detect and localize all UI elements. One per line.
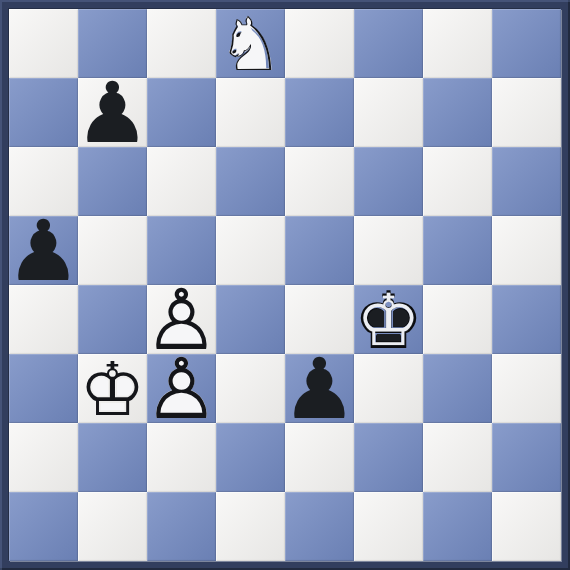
square-a5[interactable]: ♟ xyxy=(9,216,78,285)
square-e2[interactable] xyxy=(285,423,354,492)
square-h7[interactable] xyxy=(492,78,561,147)
white-pawn-glyph: ♙ xyxy=(147,285,216,354)
white-king-glyph: ♔ xyxy=(78,354,147,423)
black-pawn-glyph: ♟ xyxy=(9,216,78,285)
chess-board-frame: ♞♘♟♟♟♙♚♚♔♚♔♟♙♟ xyxy=(0,0,570,570)
square-a6[interactable] xyxy=(9,147,78,216)
white-knight-glyph: ♘ xyxy=(216,9,285,78)
square-g3[interactable] xyxy=(423,354,492,423)
square-a8[interactable] xyxy=(9,9,78,78)
square-f3[interactable] xyxy=(354,354,423,423)
black-pawn-glyph: ♟ xyxy=(78,78,147,147)
square-c8[interactable] xyxy=(147,9,216,78)
black-pawn-e3[interactable]: ♟ xyxy=(285,354,354,423)
square-b6[interactable] xyxy=(78,147,147,216)
white-knight-d8[interactable]: ♞♘ xyxy=(216,9,285,78)
square-g6[interactable] xyxy=(423,147,492,216)
square-d5[interactable] xyxy=(216,216,285,285)
black-king-glyph: ♔ xyxy=(355,286,422,353)
square-e3[interactable]: ♟ xyxy=(285,354,354,423)
square-g4[interactable] xyxy=(423,285,492,354)
square-f4[interactable]: ♚♚♔ xyxy=(354,285,423,354)
square-d7[interactable] xyxy=(216,78,285,147)
square-a3[interactable] xyxy=(9,354,78,423)
square-c4[interactable]: ♟♙ xyxy=(147,285,216,354)
square-d2[interactable] xyxy=(216,423,285,492)
square-h1[interactable] xyxy=(492,492,561,561)
square-c3[interactable]: ♟♙ xyxy=(147,354,216,423)
square-g7[interactable] xyxy=(423,78,492,147)
square-f6[interactable] xyxy=(354,147,423,216)
square-d3[interactable] xyxy=(216,354,285,423)
square-b7[interactable]: ♟ xyxy=(78,78,147,147)
square-c7[interactable] xyxy=(147,78,216,147)
square-f5[interactable] xyxy=(354,216,423,285)
square-e8[interactable] xyxy=(285,9,354,78)
square-d1[interactable] xyxy=(216,492,285,561)
square-f8[interactable] xyxy=(354,9,423,78)
black-king-glyph: ♚ xyxy=(354,285,423,354)
square-b1[interactable] xyxy=(78,492,147,561)
square-f2[interactable] xyxy=(354,423,423,492)
square-g5[interactable] xyxy=(423,216,492,285)
square-a7[interactable] xyxy=(9,78,78,147)
white-king-b3[interactable]: ♚♔ xyxy=(78,354,147,423)
square-g2[interactable] xyxy=(423,423,492,492)
square-f1[interactable] xyxy=(354,492,423,561)
square-a4[interactable] xyxy=(9,285,78,354)
square-h3[interactable] xyxy=(492,354,561,423)
square-c1[interactable] xyxy=(147,492,216,561)
white-pawn-glyph: ♟ xyxy=(147,285,216,354)
black-pawn-a5[interactable]: ♟ xyxy=(9,216,78,285)
square-c6[interactable] xyxy=(147,147,216,216)
white-knight-glyph: ♞ xyxy=(216,9,285,78)
square-e6[interactable] xyxy=(285,147,354,216)
square-c2[interactable] xyxy=(147,423,216,492)
white-pawn-glyph: ♙ xyxy=(147,354,216,423)
square-d4[interactable] xyxy=(216,285,285,354)
black-king-f4[interactable]: ♚♚♔ xyxy=(354,285,423,354)
black-king-glyph: ♚ xyxy=(352,283,426,357)
square-h5[interactable] xyxy=(492,216,561,285)
square-b4[interactable] xyxy=(78,285,147,354)
square-b2[interactable] xyxy=(78,423,147,492)
square-b3[interactable]: ♚♔ xyxy=(78,354,147,423)
square-h4[interactable] xyxy=(492,285,561,354)
black-pawn-b7[interactable]: ♟ xyxy=(78,78,147,147)
square-e4[interactable] xyxy=(285,285,354,354)
square-d6[interactable] xyxy=(216,147,285,216)
square-c5[interactable] xyxy=(147,216,216,285)
square-g1[interactable] xyxy=(423,492,492,561)
black-pawn-glyph: ♟ xyxy=(285,354,354,423)
chess-board: ♞♘♟♟♟♙♚♚♔♚♔♟♙♟ xyxy=(9,9,561,561)
square-e5[interactable] xyxy=(285,216,354,285)
square-h2[interactable] xyxy=(492,423,561,492)
white-pawn-c3[interactable]: ♟♙ xyxy=(147,354,216,423)
square-b8[interactable] xyxy=(78,9,147,78)
square-g8[interactable] xyxy=(423,9,492,78)
square-h6[interactable] xyxy=(492,147,561,216)
white-pawn-c4[interactable]: ♟♙ xyxy=(147,285,216,354)
square-h8[interactable] xyxy=(492,9,561,78)
square-f7[interactable] xyxy=(354,78,423,147)
square-b5[interactable] xyxy=(78,216,147,285)
square-d8[interactable]: ♞♘ xyxy=(216,9,285,78)
square-a2[interactable] xyxy=(9,423,78,492)
square-e7[interactable] xyxy=(285,78,354,147)
white-king-glyph: ♚ xyxy=(78,354,147,423)
square-e1[interactable] xyxy=(285,492,354,561)
white-pawn-glyph: ♟ xyxy=(147,354,216,423)
square-a1[interactable] xyxy=(9,492,78,561)
